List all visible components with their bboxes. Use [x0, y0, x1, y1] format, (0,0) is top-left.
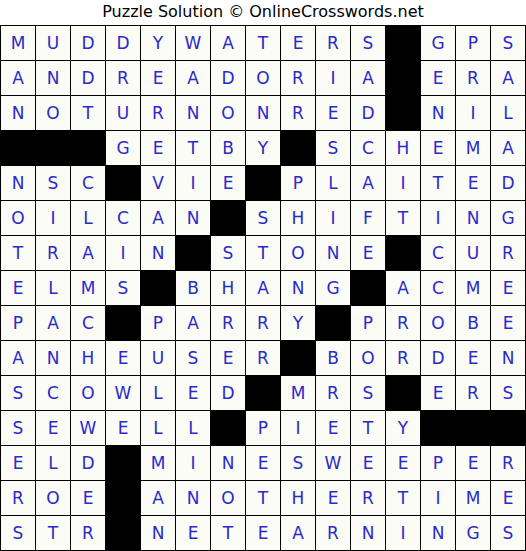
cell-r8c8: A — [246, 271, 280, 305]
cell-r3c1: N — [1, 96, 35, 130]
cell-r12c12: Y — [386, 411, 420, 445]
cell-r9c15: E — [491, 306, 525, 340]
black-cell-r12c7 — [211, 411, 245, 445]
cell-r7c11: E — [351, 236, 385, 270]
cell-r5c5: V — [141, 166, 175, 200]
cell-r5c3: C — [71, 166, 105, 200]
black-cell-r15c4 — [106, 516, 140, 550]
cell-r7c15: R — [491, 236, 525, 270]
cell-r8c12: A — [386, 271, 420, 305]
cell-r11c5: L — [141, 376, 175, 410]
black-cell-r4c3 — [71, 131, 105, 165]
cell-r2c14: R — [456, 61, 490, 95]
cell-r11c7: D — [211, 376, 245, 410]
cell-r3c6: N — [176, 96, 210, 130]
cell-r5c6: I — [176, 166, 210, 200]
cell-r11c10: R — [316, 376, 350, 410]
cell-r3c9: R — [281, 96, 315, 130]
black-cell-r14c4 — [106, 481, 140, 515]
cell-r1c3: D — [71, 26, 105, 60]
cell-r3c4: U — [106, 96, 140, 130]
black-cell-r8c5 — [141, 271, 175, 305]
cell-r4c7: B — [211, 131, 245, 165]
cell-r5c12: I — [386, 166, 420, 200]
cell-r5c13: T — [421, 166, 455, 200]
cell-r10c5: U — [141, 341, 175, 375]
cell-r15c5: N — [141, 516, 175, 550]
cell-r10c2: N — [36, 341, 70, 375]
cell-r15c11: N — [351, 516, 385, 550]
cell-r13c15: R — [491, 446, 525, 480]
cell-r14c13: I — [421, 481, 455, 515]
cell-r14c12: T — [386, 481, 420, 515]
cell-r1c7: A — [211, 26, 245, 60]
crossword-solution-page: Puzzle Solution © OnlineCrosswords.net M… — [0, 0, 526, 551]
cell-r1c14: P — [456, 26, 490, 60]
cell-r11c13: E — [421, 376, 455, 410]
cell-r4c13: E — [421, 131, 455, 165]
black-cell-r7c6 — [176, 236, 210, 270]
cell-r12c1: S — [1, 411, 35, 445]
cell-r5c1: N — [1, 166, 35, 200]
cell-r4c11: C — [351, 131, 385, 165]
cell-r9c8: R — [246, 306, 280, 340]
cell-r3c2: O — [36, 96, 70, 130]
cell-r10c12: R — [386, 341, 420, 375]
cell-r6c15: G — [491, 201, 525, 235]
cell-r1c2: U — [36, 26, 70, 60]
cell-r13c10: W — [316, 446, 350, 480]
cell-r15c9: A — [281, 516, 315, 550]
cell-r2c6: A — [176, 61, 210, 95]
cell-r3c7: O — [211, 96, 245, 130]
cell-r2c8: O — [246, 61, 280, 95]
cell-r14c3: E — [71, 481, 105, 515]
cell-r9c6: A — [176, 306, 210, 340]
cell-r9c3: C — [71, 306, 105, 340]
cell-r3c13: N — [421, 96, 455, 130]
cell-r2c13: E — [421, 61, 455, 95]
cell-r9c2: A — [36, 306, 70, 340]
black-cell-r9c10 — [316, 306, 350, 340]
cell-r6c12: T — [386, 201, 420, 235]
cell-r6c14: N — [456, 201, 490, 235]
cell-r13c12: E — [386, 446, 420, 480]
cell-r1c8: T — [246, 26, 280, 60]
cell-r10c10: B — [316, 341, 350, 375]
cell-r14c10: E — [316, 481, 350, 515]
cell-r2c5: E — [141, 61, 175, 95]
cell-r12c3: W — [71, 411, 105, 445]
cell-r11c4: W — [106, 376, 140, 410]
cell-r13c11: E — [351, 446, 385, 480]
cell-r4c6: T — [176, 131, 210, 165]
cell-r6c3: L — [71, 201, 105, 235]
cell-r3c3: T — [71, 96, 105, 130]
cell-r8c7: H — [211, 271, 245, 305]
cell-r8c3: M — [71, 271, 105, 305]
cell-r9c5: P — [141, 306, 175, 340]
cell-r15c1: S — [1, 516, 35, 550]
cell-r12c5: L — [141, 411, 175, 445]
cell-r15c6: E — [176, 516, 210, 550]
cell-r9c11: P — [351, 306, 385, 340]
cell-r14c8: T — [246, 481, 280, 515]
cell-r1c1: M — [1, 26, 35, 60]
cell-r1c15: S — [491, 26, 525, 60]
cell-r4c5: E — [141, 131, 175, 165]
black-cell-r11c8 — [246, 376, 280, 410]
cell-r15c2: T — [36, 516, 70, 550]
cell-r6c13: I — [421, 201, 455, 235]
cell-r3c8: N — [246, 96, 280, 130]
cell-r9c13: O — [421, 306, 455, 340]
cell-r2c4: R — [106, 61, 140, 95]
cell-r15c13: N — [421, 516, 455, 550]
cell-r1c4: D — [106, 26, 140, 60]
cell-r14c15: E — [491, 481, 525, 515]
cell-r7c7: S — [211, 236, 245, 270]
cell-r7c8: T — [246, 236, 280, 270]
cell-r3c14: I — [456, 96, 490, 130]
cell-r2c11: A — [351, 61, 385, 95]
cell-r2c2: N — [36, 61, 70, 95]
cell-r7c2: R — [36, 236, 70, 270]
cell-r7c3: A — [71, 236, 105, 270]
cell-r14c14: M — [456, 481, 490, 515]
cell-r7c4: I — [106, 236, 140, 270]
cell-r10c4: E — [106, 341, 140, 375]
cell-r2c7: D — [211, 61, 245, 95]
cell-r11c6: E — [176, 376, 210, 410]
cell-r6c11: F — [351, 201, 385, 235]
cell-r4c14: M — [456, 131, 490, 165]
black-cell-r1c12 — [386, 26, 420, 60]
cell-r6c8: S — [246, 201, 280, 235]
cell-r15c8: E — [246, 516, 280, 550]
cell-r12c11: T — [351, 411, 385, 445]
cell-r15c3: R — [71, 516, 105, 550]
cell-r7c1: T — [1, 236, 35, 270]
cell-r13c9: S — [281, 446, 315, 480]
cell-r15c12: I — [386, 516, 420, 550]
cell-r8c15: E — [491, 271, 525, 305]
cell-r8c1: E — [1, 271, 35, 305]
cell-r10c1: A — [1, 341, 35, 375]
cell-r5c11: A — [351, 166, 385, 200]
cell-r3c15: L — [491, 96, 525, 130]
cell-r9c12: R — [386, 306, 420, 340]
cell-r7c9: O — [281, 236, 315, 270]
black-cell-r11c12 — [386, 376, 420, 410]
cell-r10c11: O — [351, 341, 385, 375]
cell-r1c9: E — [281, 26, 315, 60]
cell-r10c13: D — [421, 341, 455, 375]
cell-r11c9: M — [281, 376, 315, 410]
cell-r10c15: N — [491, 341, 525, 375]
cell-r5c2: S — [36, 166, 70, 200]
cell-r6c6: N — [176, 201, 210, 235]
cell-r14c6: N — [176, 481, 210, 515]
cell-r5c15: D — [491, 166, 525, 200]
cell-r14c5: A — [141, 481, 175, 515]
black-cell-r5c8 — [246, 166, 280, 200]
cell-r15c14: G — [456, 516, 490, 550]
black-cell-r4c9 — [281, 131, 315, 165]
cell-r13c7: N — [211, 446, 245, 480]
black-cell-r12c14 — [456, 411, 490, 445]
cell-r6c9: H — [281, 201, 315, 235]
cell-r7c14: U — [456, 236, 490, 270]
cell-r2c1: A — [1, 61, 35, 95]
black-cell-r12c15 — [491, 411, 525, 445]
cell-r13c3: D — [71, 446, 105, 480]
black-cell-r10c9 — [281, 341, 315, 375]
cell-r9c7: R — [211, 306, 245, 340]
cell-r2c3: D — [71, 61, 105, 95]
black-cell-r12c13 — [421, 411, 455, 445]
cell-r10c8: R — [246, 341, 280, 375]
cell-r4c15: A — [491, 131, 525, 165]
cell-r9c14: B — [456, 306, 490, 340]
black-cell-r7c12 — [386, 236, 420, 270]
cell-r14c7: O — [211, 481, 245, 515]
cell-r11c15: S — [491, 376, 525, 410]
cell-r6c5: A — [141, 201, 175, 235]
cell-r12c8: P — [246, 411, 280, 445]
cell-r8c2: L — [36, 271, 70, 305]
cell-r7c13: C — [421, 236, 455, 270]
cell-r15c15: S — [491, 516, 525, 550]
black-cell-r6c7 — [211, 201, 245, 235]
black-cell-r13c4 — [106, 446, 140, 480]
crossword-grid: MUDDYWATERSGPSANDREADORIAERANOTURNONREDN… — [0, 25, 526, 551]
black-cell-r4c1 — [1, 131, 35, 165]
cell-r1c13: G — [421, 26, 455, 60]
cell-r1c6: W — [176, 26, 210, 60]
cell-r4c12: H — [386, 131, 420, 165]
cell-r11c14: R — [456, 376, 490, 410]
cell-r13c1: E — [1, 446, 35, 480]
cell-r3c10: E — [316, 96, 350, 130]
cell-r12c9: I — [281, 411, 315, 445]
cell-r5c9: P — [281, 166, 315, 200]
cell-r3c5: R — [141, 96, 175, 130]
cell-r5c14: E — [456, 166, 490, 200]
black-cell-r5c4 — [106, 166, 140, 200]
cell-r14c2: O — [36, 481, 70, 515]
cell-r10c14: E — [456, 341, 490, 375]
black-cell-r9c4 — [106, 306, 140, 340]
cell-r13c2: L — [36, 446, 70, 480]
cell-r8c10: G — [316, 271, 350, 305]
cell-r11c3: O — [71, 376, 105, 410]
cell-r15c7: T — [211, 516, 245, 550]
cell-r8c13: C — [421, 271, 455, 305]
cell-r4c8: Y — [246, 131, 280, 165]
cell-r2c15: A — [491, 61, 525, 95]
cell-r5c7: E — [211, 166, 245, 200]
cell-r14c1: R — [1, 481, 35, 515]
cell-r13c8: E — [246, 446, 280, 480]
cell-r1c10: R — [316, 26, 350, 60]
cell-r12c2: E — [36, 411, 70, 445]
cell-r7c5: N — [141, 236, 175, 270]
cell-r6c1: O — [1, 201, 35, 235]
cell-r8c4: S — [106, 271, 140, 305]
cell-r8c9: N — [281, 271, 315, 305]
cell-r11c1: S — [1, 376, 35, 410]
cell-r10c3: H — [71, 341, 105, 375]
cell-r4c10: S — [316, 131, 350, 165]
cell-r12c10: E — [316, 411, 350, 445]
page-title: Puzzle Solution © OnlineCrosswords.net — [0, 0, 526, 25]
cell-r6c4: C — [106, 201, 140, 235]
cell-r14c11: R — [351, 481, 385, 515]
cell-r7c10: N — [316, 236, 350, 270]
cell-r13c6: I — [176, 446, 210, 480]
cell-r12c4: E — [106, 411, 140, 445]
cell-r2c9: R — [281, 61, 315, 95]
cell-r13c13: P — [421, 446, 455, 480]
cell-r5c10: L — [316, 166, 350, 200]
cell-r12c6: L — [176, 411, 210, 445]
cell-r3c11: D — [351, 96, 385, 130]
cell-r1c11: S — [351, 26, 385, 60]
cell-r11c11: S — [351, 376, 385, 410]
cell-r13c14: E — [456, 446, 490, 480]
black-cell-r2c12 — [386, 61, 420, 95]
cell-r11c2: C — [36, 376, 70, 410]
cell-r10c7: E — [211, 341, 245, 375]
cell-r4c4: G — [106, 131, 140, 165]
cell-r2c10: I — [316, 61, 350, 95]
cell-r13c5: M — [141, 446, 175, 480]
cell-r9c9: Y — [281, 306, 315, 340]
black-cell-r3c12 — [386, 96, 420, 130]
cell-r9c1: P — [1, 306, 35, 340]
cell-r8c14: M — [456, 271, 490, 305]
cell-r14c9: H — [281, 481, 315, 515]
cell-r1c5: Y — [141, 26, 175, 60]
cell-r6c2: I — [36, 201, 70, 235]
cell-r10c6: S — [176, 341, 210, 375]
cell-r8c6: B — [176, 271, 210, 305]
cell-r6c10: I — [316, 201, 350, 235]
black-cell-r4c2 — [36, 131, 70, 165]
black-cell-r8c11 — [351, 271, 385, 305]
cell-r15c10: R — [316, 516, 350, 550]
